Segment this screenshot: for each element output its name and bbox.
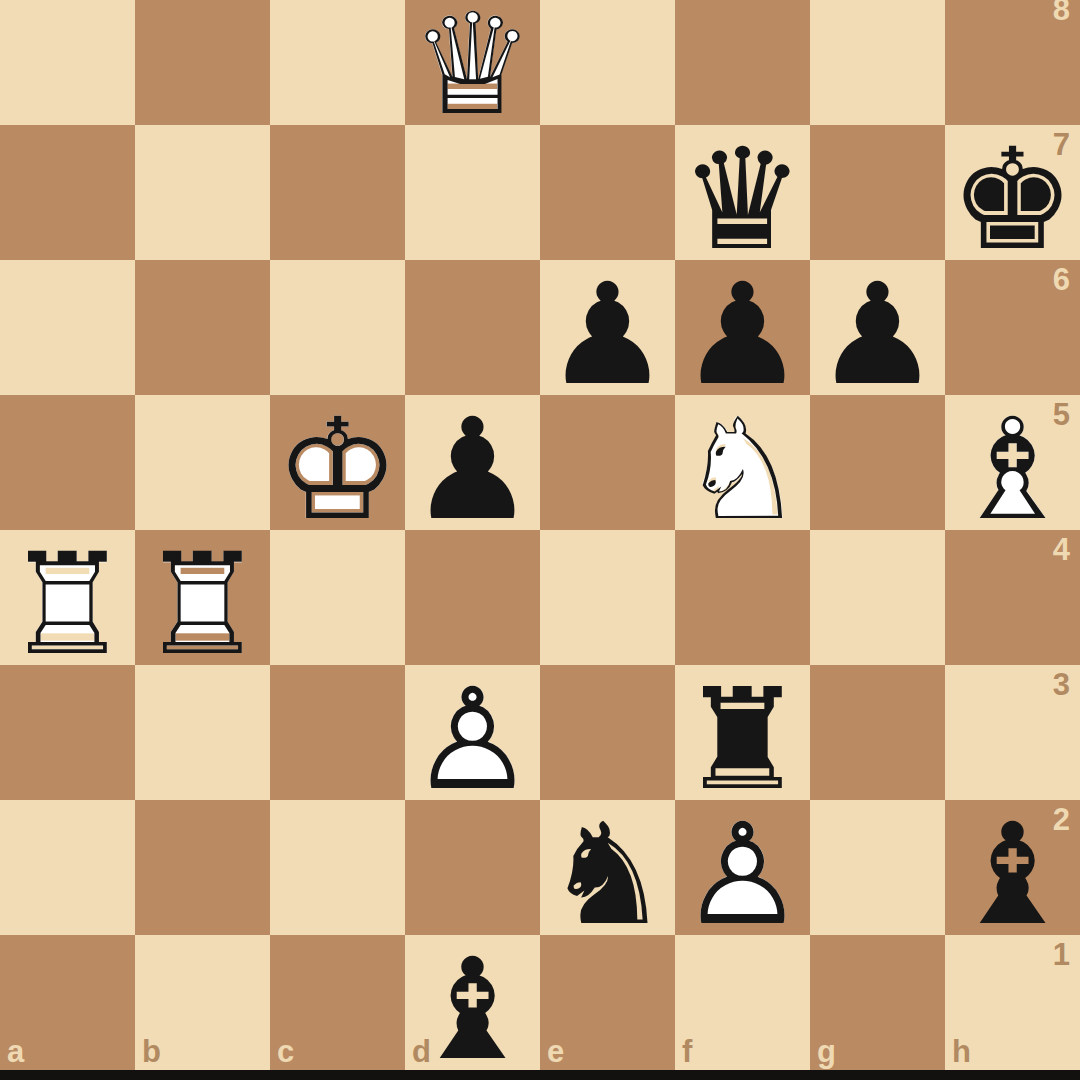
white-pawn-glyph: ♟: [410, 670, 536, 810]
white-pawn-outline-glyph: ♙: [410, 670, 536, 810]
square-b6[interactable]: [135, 260, 270, 395]
square-g4[interactable]: [810, 530, 945, 665]
square-e6[interactable]: ♟: [540, 260, 675, 395]
square-g2[interactable]: [810, 800, 945, 935]
white-rook-outline-glyph: ♖: [5, 535, 131, 675]
white-queen-outline-glyph: ♕: [410, 0, 536, 135]
white-pawn-outline-glyph: ♙: [680, 805, 806, 945]
square-g8[interactable]: [810, 0, 945, 125]
square-a2[interactable]: [0, 800, 135, 935]
square-c7[interactable]: [270, 125, 405, 260]
square-e7[interactable]: [540, 125, 675, 260]
black-bishop-piece[interactable]: ♝: [405, 935, 540, 1070]
white-knight-outline-glyph: ♘: [680, 400, 806, 540]
black-pawn-piece[interactable]: ♟: [810, 260, 945, 395]
black-rook-piece[interactable]: ♜: [675, 665, 810, 800]
white-rook-glyph: ♜: [140, 535, 266, 675]
black-queen-glyph: ♛: [680, 130, 806, 270]
square-b3[interactable]: [135, 665, 270, 800]
square-c1[interactable]: c: [270, 935, 405, 1070]
square-e2[interactable]: ♞: [540, 800, 675, 935]
square-e8[interactable]: [540, 0, 675, 125]
white-knight-glyph: ♞: [680, 400, 806, 540]
square-f4[interactable]: [675, 530, 810, 665]
square-c5[interactable]: ♚♔: [270, 395, 405, 530]
black-pawn-piece[interactable]: ♟: [405, 395, 540, 530]
square-h8[interactable]: 8: [945, 0, 1080, 125]
file-label-f: f: [682, 1036, 692, 1067]
square-c4[interactable]: [270, 530, 405, 665]
white-pawn-piece[interactable]: ♟♙: [405, 665, 540, 800]
black-king-piece[interactable]: ♚: [945, 125, 1080, 260]
square-h6[interactable]: 6: [945, 260, 1080, 395]
square-c2[interactable]: [270, 800, 405, 935]
file-label-a: a: [7, 1036, 24, 1067]
square-d1[interactable]: d♝: [405, 935, 540, 1070]
square-f8[interactable]: [675, 0, 810, 125]
rank-label-1: 1: [1053, 939, 1070, 970]
file-label-h: h: [952, 1036, 971, 1067]
rank-label-6: 6: [1053, 264, 1070, 295]
square-d3[interactable]: ♟♙: [405, 665, 540, 800]
black-knight-glyph: ♞: [545, 805, 671, 945]
square-b7[interactable]: [135, 125, 270, 260]
chess-position-screenshot: ♛♕8♛7♚♟♟♟6♚♔♟♞♘5♝♗♜♖♜♖4♟♙♜3♞♟♙2♝abcd♝efg…: [0, 0, 1080, 1080]
black-rook-glyph: ♜: [680, 670, 806, 810]
square-b2[interactable]: [135, 800, 270, 935]
white-rook-outline-glyph: ♖: [140, 535, 266, 675]
file-label-b: b: [142, 1036, 161, 1067]
white-rook-glyph: ♜: [5, 535, 131, 675]
black-king-glyph: ♚: [950, 130, 1076, 270]
square-d6[interactable]: [405, 260, 540, 395]
white-queen-piece[interactable]: ♛♕: [405, 0, 540, 125]
black-pawn-glyph: ♟: [815, 265, 941, 405]
square-a7[interactable]: [0, 125, 135, 260]
square-f1[interactable]: f: [675, 935, 810, 1070]
rank-label-4: 4: [1053, 534, 1070, 565]
square-g6[interactable]: ♟: [810, 260, 945, 395]
square-d7[interactable]: [405, 125, 540, 260]
white-king-piece[interactable]: ♚♔: [270, 395, 405, 530]
square-f7[interactable]: ♛: [675, 125, 810, 260]
square-f2[interactable]: ♟♙: [675, 800, 810, 935]
square-e5[interactable]: [540, 395, 675, 530]
square-e1[interactable]: e: [540, 935, 675, 1070]
white-bishop-piece[interactable]: ♝♗: [945, 395, 1080, 530]
square-h4[interactable]: 4: [945, 530, 1080, 665]
black-pawn-glyph: ♟: [680, 265, 806, 405]
chess-board: ♛♕8♛7♚♟♟♟6♚♔♟♞♘5♝♗♜♖♜♖4♟♙♜3♞♟♙2♝abcd♝efg…: [0, 0, 1080, 1070]
black-pawn-piece[interactable]: ♟: [540, 260, 675, 395]
square-e4[interactable]: [540, 530, 675, 665]
square-g1[interactable]: g: [810, 935, 945, 1070]
white-bishop-glyph: ♝: [950, 400, 1076, 540]
black-pawn-glyph: ♟: [410, 400, 536, 540]
file-label-g: g: [817, 1036, 836, 1067]
square-h3[interactable]: 3: [945, 665, 1080, 800]
square-g7[interactable]: [810, 125, 945, 260]
square-g5[interactable]: [810, 395, 945, 530]
square-h1[interactable]: h1: [945, 935, 1080, 1070]
square-b8[interactable]: [135, 0, 270, 125]
square-f6[interactable]: ♟: [675, 260, 810, 395]
file-label-c: c: [277, 1036, 294, 1067]
white-knight-piece[interactable]: ♞♘: [675, 395, 810, 530]
black-bishop-glyph: ♝: [950, 805, 1076, 945]
file-label-e: e: [547, 1036, 564, 1067]
square-h7[interactable]: 7♚: [945, 125, 1080, 260]
white-king-glyph: ♚: [275, 400, 401, 540]
square-a4[interactable]: ♜♖: [0, 530, 135, 665]
white-queen-glyph: ♛: [410, 0, 536, 135]
white-pawn-piece[interactable]: ♟♙: [675, 800, 810, 935]
square-a1[interactable]: a: [0, 935, 135, 1070]
black-pawn-glyph: ♟: [545, 265, 671, 405]
white-king-outline-glyph: ♔: [275, 400, 401, 540]
white-pawn-glyph: ♟: [680, 805, 806, 945]
square-d2[interactable]: [405, 800, 540, 935]
square-b4[interactable]: ♜♖: [135, 530, 270, 665]
square-c3[interactable]: [270, 665, 405, 800]
square-d5[interactable]: ♟: [405, 395, 540, 530]
black-knight-piece[interactable]: ♞: [540, 800, 675, 935]
square-f5[interactable]: ♞♘: [675, 395, 810, 530]
square-a5[interactable]: [0, 395, 135, 530]
square-b5[interactable]: [135, 395, 270, 530]
white-rook-piece[interactable]: ♜♖: [0, 530, 135, 665]
square-b1[interactable]: b: [135, 935, 270, 1070]
square-g3[interactable]: [810, 665, 945, 800]
black-queen-piece[interactable]: ♛: [675, 125, 810, 260]
letterbox-bar: [0, 1070, 1080, 1080]
black-pawn-piece[interactable]: ♟: [675, 260, 810, 395]
square-d8[interactable]: ♛♕: [405, 0, 540, 125]
square-a8[interactable]: [0, 0, 135, 125]
square-e3[interactable]: [540, 665, 675, 800]
black-bishop-glyph: ♝: [410, 940, 536, 1080]
square-d4[interactable]: [405, 530, 540, 665]
black-bishop-piece[interactable]: ♝: [945, 800, 1080, 935]
square-h5[interactable]: 5♝♗: [945, 395, 1080, 530]
square-c8[interactable]: [270, 0, 405, 125]
white-bishop-outline-glyph: ♗: [950, 400, 1076, 540]
white-rook-piece[interactable]: ♜♖: [135, 530, 270, 665]
rank-label-3: 3: [1053, 669, 1070, 700]
square-a6[interactable]: [0, 260, 135, 395]
rank-label-8: 8: [1053, 0, 1070, 25]
square-c6[interactable]: [270, 260, 405, 395]
square-f3[interactable]: ♜: [675, 665, 810, 800]
square-h2[interactable]: 2♝: [945, 800, 1080, 935]
square-a3[interactable]: [0, 665, 135, 800]
